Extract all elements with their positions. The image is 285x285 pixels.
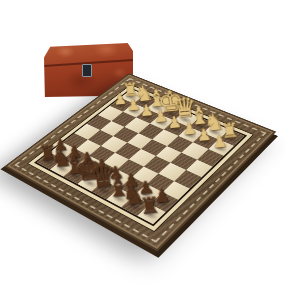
chess-set-photo: ♜♞♝♚♛♝♞♜♟♟♟♟♟♟♟♟♟♟♟♟♟♟♟♟♜♞♝♚♛♝♞♜: [0, 0, 285, 285]
board-squares: ♜♞♝♚♛♝♞♜♟♟♟♟♟♟♟♟♟♟♟♟♟♟♟♟♜♞♝♚♛♝♞♜: [34, 88, 247, 226]
storage-box-clasp: [82, 64, 92, 77]
board-frame: ♜♞♝♚♛♝♞♜♟♟♟♟♟♟♟♟♟♟♟♟♟♟♟♟♜♞♝♚♛♝♞♜: [4, 73, 276, 251]
